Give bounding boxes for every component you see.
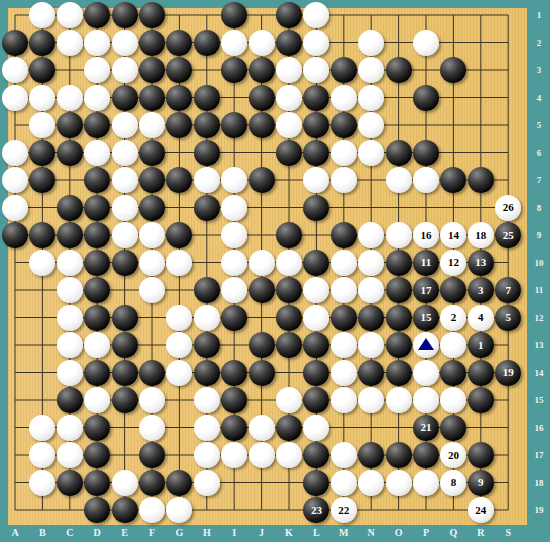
white-stone-move-22: 22 bbox=[331, 497, 357, 523]
white-stone bbox=[84, 30, 110, 56]
white-stone bbox=[331, 277, 357, 303]
white-stone bbox=[331, 140, 357, 166]
row-label-5: 5 bbox=[528, 120, 550, 130]
white-stone bbox=[221, 167, 247, 193]
white-stone-move-12: 12 bbox=[440, 250, 466, 276]
column-label-I: I bbox=[223, 527, 245, 538]
white-stone bbox=[331, 442, 357, 468]
black-stone bbox=[194, 140, 220, 166]
row-label-17: 17 bbox=[528, 450, 550, 460]
white-stone bbox=[276, 57, 302, 83]
white-stone bbox=[358, 387, 384, 413]
row-label-6: 6 bbox=[528, 148, 550, 158]
black-stone bbox=[84, 497, 110, 523]
black-stone bbox=[84, 305, 110, 331]
white-stone bbox=[221, 250, 247, 276]
black-stone bbox=[2, 222, 28, 248]
row-label-18: 18 bbox=[528, 478, 550, 488]
white-stone bbox=[139, 250, 165, 276]
black-stone-move-17: 17 bbox=[413, 277, 439, 303]
white-stone bbox=[386, 222, 412, 248]
column-label-L: L bbox=[305, 527, 327, 538]
black-stone bbox=[84, 360, 110, 386]
black-stone-move-3: 3 bbox=[468, 277, 494, 303]
black-stone bbox=[112, 497, 138, 523]
white-stone bbox=[57, 277, 83, 303]
white-stone bbox=[166, 305, 192, 331]
black-stone bbox=[112, 332, 138, 358]
black-stone bbox=[249, 85, 275, 111]
white-stone bbox=[358, 57, 384, 83]
white-stone bbox=[413, 360, 439, 386]
row-label-12: 12 bbox=[528, 313, 550, 323]
black-stone bbox=[84, 167, 110, 193]
black-stone bbox=[249, 167, 275, 193]
white-stone bbox=[358, 222, 384, 248]
black-stone bbox=[413, 85, 439, 111]
black-stone bbox=[112, 2, 138, 28]
black-stone bbox=[57, 195, 83, 221]
black-stone bbox=[221, 57, 247, 83]
black-stone bbox=[303, 250, 329, 276]
go-board[interactable]: 2616141825111213173715245119212089232224 bbox=[8, 8, 527, 525]
white-stone-move-16: 16 bbox=[413, 222, 439, 248]
column-label-F: F bbox=[141, 527, 163, 538]
black-stone bbox=[84, 470, 110, 496]
black-stone bbox=[303, 360, 329, 386]
black-stone bbox=[112, 250, 138, 276]
white-stone bbox=[358, 332, 384, 358]
white-stone bbox=[386, 167, 412, 193]
white-stone bbox=[221, 277, 247, 303]
black-stone bbox=[276, 30, 302, 56]
black-stone bbox=[413, 140, 439, 166]
row-label-3: 3 bbox=[528, 65, 550, 75]
row-label-2: 2 bbox=[528, 38, 550, 48]
white-stone bbox=[2, 167, 28, 193]
black-stone bbox=[331, 112, 357, 138]
white-stone bbox=[413, 30, 439, 56]
white-stone bbox=[29, 85, 55, 111]
row-label-8: 8 bbox=[528, 203, 550, 213]
white-stone bbox=[57, 85, 83, 111]
black-stone bbox=[276, 415, 302, 441]
white-stone bbox=[112, 167, 138, 193]
black-stone bbox=[194, 277, 220, 303]
black-stone bbox=[249, 277, 275, 303]
white-stone bbox=[57, 30, 83, 56]
black-stone bbox=[139, 167, 165, 193]
black-stone bbox=[221, 360, 247, 386]
black-stone bbox=[84, 112, 110, 138]
black-stone bbox=[468, 167, 494, 193]
white-stone bbox=[221, 195, 247, 221]
white-stone bbox=[29, 470, 55, 496]
black-stone bbox=[276, 222, 302, 248]
white-stone bbox=[84, 57, 110, 83]
white-stone bbox=[139, 277, 165, 303]
white-stone bbox=[2, 85, 28, 111]
black-stone bbox=[194, 85, 220, 111]
white-stone bbox=[139, 222, 165, 248]
black-stone-move-13: 13 bbox=[468, 250, 494, 276]
black-stone-move-21: 21 bbox=[413, 415, 439, 441]
row-label-16: 16 bbox=[528, 423, 550, 433]
black-stone bbox=[303, 140, 329, 166]
white-stone bbox=[194, 470, 220, 496]
column-label-S: S bbox=[497, 527, 519, 538]
black-stone-move-7: 7 bbox=[495, 277, 521, 303]
white-stone bbox=[139, 415, 165, 441]
white-stone-move-18: 18 bbox=[468, 222, 494, 248]
black-stone bbox=[276, 2, 302, 28]
black-stone bbox=[358, 442, 384, 468]
white-stone bbox=[249, 250, 275, 276]
white-stone bbox=[303, 30, 329, 56]
black-stone bbox=[139, 195, 165, 221]
white-stone bbox=[29, 250, 55, 276]
white-stone bbox=[194, 442, 220, 468]
black-stone bbox=[249, 360, 275, 386]
black-stone bbox=[84, 250, 110, 276]
row-label-10: 10 bbox=[528, 258, 550, 268]
white-stone bbox=[331, 85, 357, 111]
black-stone bbox=[139, 360, 165, 386]
black-stone bbox=[139, 30, 165, 56]
black-stone bbox=[468, 360, 494, 386]
row-label-7: 7 bbox=[528, 175, 550, 185]
column-label-O: O bbox=[388, 527, 410, 538]
black-stone bbox=[221, 2, 247, 28]
black-stone-move-25: 25 bbox=[495, 222, 521, 248]
white-stone bbox=[276, 387, 302, 413]
white-stone bbox=[139, 387, 165, 413]
black-stone bbox=[386, 360, 412, 386]
white-stone bbox=[2, 140, 28, 166]
column-label-R: R bbox=[470, 527, 492, 538]
white-stone bbox=[358, 470, 384, 496]
black-stone bbox=[194, 332, 220, 358]
black-stone bbox=[57, 222, 83, 248]
white-stone bbox=[84, 140, 110, 166]
black-stone bbox=[358, 360, 384, 386]
white-stone bbox=[386, 387, 412, 413]
black-stone bbox=[84, 415, 110, 441]
column-label-A: A bbox=[4, 527, 26, 538]
black-stone bbox=[276, 140, 302, 166]
black-stone bbox=[413, 442, 439, 468]
white-stone bbox=[221, 222, 247, 248]
row-label-1: 1 bbox=[528, 10, 550, 20]
black-stone bbox=[84, 195, 110, 221]
column-label-C: C bbox=[59, 527, 81, 538]
white-stone-move-8: 8 bbox=[440, 470, 466, 496]
white-stone bbox=[84, 387, 110, 413]
white-stone bbox=[221, 30, 247, 56]
black-stone bbox=[468, 442, 494, 468]
black-stone bbox=[249, 112, 275, 138]
black-stone-move-5: 5 bbox=[495, 305, 521, 331]
black-stone bbox=[386, 57, 412, 83]
white-stone bbox=[276, 112, 302, 138]
white-stone bbox=[413, 470, 439, 496]
black-stone bbox=[112, 305, 138, 331]
black-stone bbox=[358, 305, 384, 331]
white-stone bbox=[331, 167, 357, 193]
white-stone bbox=[331, 250, 357, 276]
white-stone bbox=[57, 332, 83, 358]
white-stone bbox=[276, 250, 302, 276]
column-label-K: K bbox=[278, 527, 300, 538]
white-stone bbox=[249, 30, 275, 56]
black-stone bbox=[331, 305, 357, 331]
white-stone bbox=[57, 250, 83, 276]
white-stone bbox=[57, 415, 83, 441]
white-stone bbox=[112, 140, 138, 166]
black-stone bbox=[57, 387, 83, 413]
white-stone bbox=[303, 415, 329, 441]
black-stone bbox=[112, 360, 138, 386]
white-stone bbox=[331, 332, 357, 358]
black-stone bbox=[221, 305, 247, 331]
black-stone-move-19: 19 bbox=[495, 360, 521, 386]
white-stone bbox=[358, 112, 384, 138]
white-stone bbox=[2, 195, 28, 221]
white-stone bbox=[358, 140, 384, 166]
white-stone-move-24: 24 bbox=[468, 497, 494, 523]
white-stone bbox=[303, 305, 329, 331]
white-stone bbox=[57, 442, 83, 468]
white-stone bbox=[413, 332, 439, 358]
black-stone bbox=[276, 332, 302, 358]
black-stone-move-9: 9 bbox=[468, 470, 494, 496]
black-stone bbox=[221, 112, 247, 138]
row-label-19: 19 bbox=[528, 505, 550, 515]
white-stone bbox=[166, 360, 192, 386]
black-stone bbox=[139, 442, 165, 468]
row-label-15: 15 bbox=[528, 395, 550, 405]
row-label-13: 13 bbox=[528, 340, 550, 350]
column-label-Q: Q bbox=[442, 527, 464, 538]
black-stone bbox=[194, 30, 220, 56]
white-stone bbox=[358, 85, 384, 111]
white-stone bbox=[331, 470, 357, 496]
white-stone bbox=[276, 442, 302, 468]
black-stone bbox=[249, 332, 275, 358]
white-stone bbox=[221, 442, 247, 468]
white-stone bbox=[57, 360, 83, 386]
black-stone bbox=[303, 470, 329, 496]
white-stone bbox=[139, 497, 165, 523]
white-stone bbox=[249, 442, 275, 468]
white-stone bbox=[166, 250, 192, 276]
black-stone bbox=[84, 2, 110, 28]
black-stone bbox=[303, 85, 329, 111]
black-stone bbox=[57, 470, 83, 496]
white-stone-move-4: 4 bbox=[468, 305, 494, 331]
white-stone-move-2: 2 bbox=[440, 305, 466, 331]
black-stone bbox=[112, 387, 138, 413]
column-label-D: D bbox=[86, 527, 108, 538]
column-label-G: G bbox=[168, 527, 190, 538]
go-game-screenshot: 2616141825111213173715245119212089232224… bbox=[0, 0, 550, 542]
black-stone bbox=[57, 112, 83, 138]
white-stone bbox=[84, 332, 110, 358]
black-stone bbox=[139, 85, 165, 111]
black-stone bbox=[386, 250, 412, 276]
black-stone bbox=[84, 222, 110, 248]
black-stone bbox=[440, 360, 466, 386]
white-stone bbox=[331, 360, 357, 386]
triangle-marker-icon bbox=[418, 338, 434, 350]
white-stone bbox=[112, 112, 138, 138]
black-stone bbox=[386, 332, 412, 358]
black-stone-move-11: 11 bbox=[413, 250, 439, 276]
black-stone bbox=[84, 442, 110, 468]
column-label-M: M bbox=[333, 527, 355, 538]
black-stone bbox=[166, 30, 192, 56]
row-label-9: 9 bbox=[528, 230, 550, 240]
white-stone bbox=[29, 415, 55, 441]
white-stone bbox=[112, 222, 138, 248]
black-stone bbox=[139, 140, 165, 166]
black-stone bbox=[221, 415, 247, 441]
white-stone bbox=[2, 57, 28, 83]
white-stone bbox=[358, 250, 384, 276]
white-stone bbox=[358, 277, 384, 303]
black-stone bbox=[331, 222, 357, 248]
black-stone bbox=[29, 30, 55, 56]
black-stone bbox=[166, 470, 192, 496]
white-stone bbox=[413, 167, 439, 193]
white-stone bbox=[194, 305, 220, 331]
white-stone bbox=[57, 2, 83, 28]
black-stone bbox=[386, 442, 412, 468]
column-label-P: P bbox=[415, 527, 437, 538]
black-stone bbox=[468, 387, 494, 413]
black-stone bbox=[276, 305, 302, 331]
column-label-E: E bbox=[114, 527, 136, 538]
black-stone bbox=[139, 470, 165, 496]
black-stone bbox=[139, 2, 165, 28]
white-stone bbox=[413, 387, 439, 413]
black-stone bbox=[194, 360, 220, 386]
white-stone bbox=[358, 30, 384, 56]
white-stone bbox=[276, 85, 302, 111]
black-stone bbox=[29, 140, 55, 166]
white-stone-move-26: 26 bbox=[495, 195, 521, 221]
white-stone bbox=[112, 470, 138, 496]
column-label-H: H bbox=[196, 527, 218, 538]
black-stone bbox=[194, 112, 220, 138]
white-stone bbox=[386, 470, 412, 496]
white-stone bbox=[194, 167, 220, 193]
white-stone bbox=[194, 387, 220, 413]
black-stone bbox=[386, 305, 412, 331]
black-stone bbox=[221, 387, 247, 413]
black-stone bbox=[386, 140, 412, 166]
black-stone bbox=[84, 277, 110, 303]
black-stone-move-15: 15 bbox=[413, 305, 439, 331]
black-stone-move-1: 1 bbox=[468, 332, 494, 358]
black-stone bbox=[440, 415, 466, 441]
row-label-4: 4 bbox=[528, 93, 550, 103]
column-label-N: N bbox=[360, 527, 382, 538]
column-label-B: B bbox=[31, 527, 53, 538]
white-stone bbox=[139, 112, 165, 138]
white-stone bbox=[112, 195, 138, 221]
white-stone bbox=[194, 415, 220, 441]
white-stone bbox=[249, 415, 275, 441]
black-stone bbox=[331, 57, 357, 83]
row-label-14: 14 bbox=[528, 368, 550, 378]
white-stone bbox=[112, 57, 138, 83]
white-stone bbox=[57, 305, 83, 331]
white-stone bbox=[84, 85, 110, 111]
black-stone bbox=[139, 57, 165, 83]
white-stone bbox=[112, 30, 138, 56]
black-stone bbox=[303, 195, 329, 221]
black-stone bbox=[249, 57, 275, 83]
black-stone bbox=[386, 277, 412, 303]
black-stone bbox=[57, 140, 83, 166]
column-label-J: J bbox=[251, 527, 273, 538]
black-stone bbox=[2, 30, 28, 56]
black-stone bbox=[112, 85, 138, 111]
row-label-11: 11 bbox=[528, 285, 550, 295]
white-stone bbox=[331, 387, 357, 413]
black-stone bbox=[194, 195, 220, 221]
black-stone bbox=[166, 85, 192, 111]
black-stone bbox=[276, 277, 302, 303]
